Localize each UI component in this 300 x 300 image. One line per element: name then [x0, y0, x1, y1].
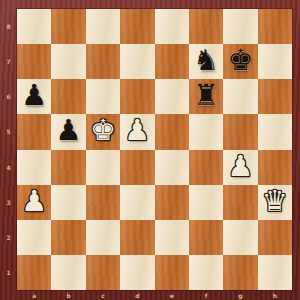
square-h4[interactable]	[258, 150, 292, 185]
square-f1[interactable]	[189, 255, 223, 290]
square-e5[interactable]	[155, 114, 189, 149]
square-c2[interactable]	[86, 220, 120, 255]
square-h5[interactable]	[258, 114, 292, 149]
square-h1[interactable]	[258, 255, 292, 290]
chess-board-frame: 87654321 abcdefgh ♞♚♟♜♟♚♟♟♟♛	[0, 0, 300, 300]
file-labels: abcdefgh	[17, 290, 292, 300]
rank-label-6: 6	[0, 79, 17, 114]
square-e3[interactable]	[155, 185, 189, 220]
square-d6[interactable]	[120, 79, 154, 114]
square-g7[interactable]: ♚	[223, 44, 257, 79]
square-c3[interactable]	[86, 185, 120, 220]
square-a4[interactable]	[17, 150, 51, 185]
square-f5[interactable]	[189, 114, 223, 149]
square-e4[interactable]	[155, 150, 189, 185]
rank-label-8: 8	[0, 9, 17, 44]
square-f6[interactable]: ♜	[189, 79, 223, 114]
white-pawn: ♟	[21, 187, 47, 216]
square-g8[interactable]	[223, 9, 257, 44]
file-label-d: d	[120, 290, 154, 300]
square-d4[interactable]	[120, 150, 154, 185]
square-b7[interactable]	[51, 44, 85, 79]
square-a2[interactable]	[17, 220, 51, 255]
white-queen: ♛	[262, 187, 288, 216]
square-b2[interactable]	[51, 220, 85, 255]
square-e7[interactable]	[155, 44, 189, 79]
white-king: ♚	[90, 116, 116, 145]
square-b1[interactable]	[51, 255, 85, 290]
rank-label-1: 1	[0, 255, 17, 290]
square-c5[interactable]: ♚	[86, 114, 120, 149]
black-rook: ♜	[193, 81, 219, 110]
square-g3[interactable]	[223, 185, 257, 220]
rank-label-4: 4	[0, 150, 17, 185]
file-label-c: c	[86, 290, 120, 300]
square-b4[interactable]	[51, 150, 85, 185]
square-h2[interactable]	[258, 220, 292, 255]
rank-label-5: 5	[0, 114, 17, 149]
square-e8[interactable]	[155, 9, 189, 44]
square-a5[interactable]	[17, 114, 51, 149]
square-c7[interactable]	[86, 44, 120, 79]
file-label-g: g	[223, 290, 257, 300]
square-e2[interactable]	[155, 220, 189, 255]
rank-labels: 87654321	[0, 9, 17, 290]
square-g6[interactable]	[223, 79, 257, 114]
square-a6[interactable]: ♟	[17, 79, 51, 114]
file-label-a: a	[17, 290, 51, 300]
square-c8[interactable]	[86, 9, 120, 44]
square-h3[interactable]: ♛	[258, 185, 292, 220]
square-c4[interactable]	[86, 150, 120, 185]
square-f7[interactable]: ♞	[189, 44, 223, 79]
square-b5[interactable]: ♟	[51, 114, 85, 149]
square-a1[interactable]	[17, 255, 51, 290]
square-d2[interactable]	[120, 220, 154, 255]
file-label-h: h	[258, 290, 292, 300]
square-d1[interactable]	[120, 255, 154, 290]
square-f3[interactable]	[189, 185, 223, 220]
square-b3[interactable]	[51, 185, 85, 220]
square-d8[interactable]	[120, 9, 154, 44]
black-pawn: ♟	[21, 81, 47, 110]
rank-label-7: 7	[0, 44, 17, 79]
square-e1[interactable]	[155, 255, 189, 290]
square-b6[interactable]	[51, 79, 85, 114]
square-g1[interactable]	[223, 255, 257, 290]
square-e6[interactable]	[155, 79, 189, 114]
black-king: ♚	[227, 46, 253, 75]
black-knight: ♞	[193, 46, 219, 75]
file-label-e: e	[155, 290, 189, 300]
square-c6[interactable]	[86, 79, 120, 114]
square-f4[interactable]	[189, 150, 223, 185]
board: ♞♚♟♜♟♚♟♟♟♛	[17, 9, 292, 290]
square-g4[interactable]: ♟	[223, 150, 257, 185]
square-d5[interactable]: ♟	[120, 114, 154, 149]
file-label-b: b	[51, 290, 85, 300]
rank-label-2: 2	[0, 220, 17, 255]
square-f2[interactable]	[189, 220, 223, 255]
square-a8[interactable]	[17, 9, 51, 44]
square-c1[interactable]	[86, 255, 120, 290]
square-h7[interactable]	[258, 44, 292, 79]
file-label-f: f	[189, 290, 223, 300]
square-b8[interactable]	[51, 9, 85, 44]
square-f8[interactable]	[189, 9, 223, 44]
square-g5[interactable]	[223, 114, 257, 149]
white-pawn: ♟	[227, 152, 253, 181]
square-d7[interactable]	[120, 44, 154, 79]
square-a7[interactable]	[17, 44, 51, 79]
square-h8[interactable]	[258, 9, 292, 44]
square-g2[interactable]	[223, 220, 257, 255]
rank-label-3: 3	[0, 185, 17, 220]
white-pawn: ♟	[124, 116, 150, 145]
square-a3[interactable]: ♟	[17, 185, 51, 220]
square-d3[interactable]	[120, 185, 154, 220]
black-pawn: ♟	[56, 116, 82, 145]
square-h6[interactable]	[258, 79, 292, 114]
